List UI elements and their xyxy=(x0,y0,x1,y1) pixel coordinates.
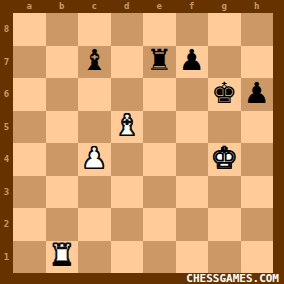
rank-label-6: 6 xyxy=(0,78,13,111)
black-pawn-icon[interactable]: ♟ xyxy=(244,79,270,108)
square-g5[interactable] xyxy=(208,111,241,144)
square-d5[interactable]: ♝ xyxy=(111,111,144,144)
black-bishop-icon[interactable]: ♝ xyxy=(81,46,107,75)
square-d4[interactable] xyxy=(111,143,144,176)
black-rook-icon[interactable]: ♜ xyxy=(146,46,172,75)
rank-labels: 87654321 xyxy=(0,13,13,273)
rank-label-1: 1 xyxy=(0,241,13,274)
square-g4[interactable]: ♚ xyxy=(208,143,241,176)
square-c7[interactable]: ♝ xyxy=(78,46,111,79)
white-bishop-icon[interactable]: ♝ xyxy=(114,111,140,140)
square-e4[interactable] xyxy=(143,143,176,176)
square-h3[interactable] xyxy=(241,176,274,209)
black-king-icon[interactable]: ♚ xyxy=(211,79,237,108)
square-d1[interactable] xyxy=(111,241,144,274)
square-b1[interactable]: ♜ xyxy=(46,241,79,274)
file-label-a: a xyxy=(13,0,46,13)
square-e1[interactable] xyxy=(143,241,176,274)
file-label-g: g xyxy=(208,0,241,13)
rank-label-3: 3 xyxy=(0,176,13,209)
square-b8[interactable] xyxy=(46,13,79,46)
square-b6[interactable] xyxy=(46,78,79,111)
square-e3[interactable] xyxy=(143,176,176,209)
square-f2[interactable] xyxy=(176,208,209,241)
square-f7[interactable]: ♟ xyxy=(176,46,209,79)
rank-label-4: 4 xyxy=(0,143,13,176)
white-king-icon[interactable]: ♚ xyxy=(211,144,237,173)
square-g1[interactable] xyxy=(208,241,241,274)
file-label-d: d xyxy=(111,0,144,13)
square-c4[interactable]: ♟ xyxy=(78,143,111,176)
square-f1[interactable] xyxy=(176,241,209,274)
file-label-h: h xyxy=(241,0,274,13)
white-rook-icon[interactable]: ♜ xyxy=(49,241,75,270)
square-g8[interactable] xyxy=(208,13,241,46)
square-b5[interactable] xyxy=(46,111,79,144)
square-e2[interactable] xyxy=(143,208,176,241)
square-h6[interactable]: ♟ xyxy=(241,78,274,111)
square-g3[interactable] xyxy=(208,176,241,209)
square-f4[interactable] xyxy=(176,143,209,176)
square-e6[interactable] xyxy=(143,78,176,111)
square-d2[interactable] xyxy=(111,208,144,241)
square-a7[interactable] xyxy=(13,46,46,79)
file-labels: abcdefgh xyxy=(13,0,273,13)
square-c1[interactable] xyxy=(78,241,111,274)
square-f5[interactable] xyxy=(176,111,209,144)
square-c2[interactable] xyxy=(78,208,111,241)
square-e5[interactable] xyxy=(143,111,176,144)
square-b3[interactable] xyxy=(46,176,79,209)
square-e8[interactable] xyxy=(143,13,176,46)
square-h7[interactable] xyxy=(241,46,274,79)
square-a5[interactable] xyxy=(13,111,46,144)
square-a3[interactable] xyxy=(13,176,46,209)
square-h8[interactable] xyxy=(241,13,274,46)
square-d3[interactable] xyxy=(111,176,144,209)
file-label-f: f xyxy=(176,0,209,13)
square-h1[interactable] xyxy=(241,241,274,274)
rank-label-5: 5 xyxy=(0,111,13,144)
square-f8[interactable] xyxy=(176,13,209,46)
square-d6[interactable] xyxy=(111,78,144,111)
square-g7[interactable] xyxy=(208,46,241,79)
file-label-b: b xyxy=(46,0,79,13)
square-a8[interactable] xyxy=(13,13,46,46)
chess-board: ♝♜♟♚♟♝♟♚♜ xyxy=(13,13,273,273)
square-c6[interactable] xyxy=(78,78,111,111)
white-pawn-icon[interactable]: ♟ xyxy=(81,144,107,173)
square-e7[interactable]: ♜ xyxy=(143,46,176,79)
rank-label-8: 8 xyxy=(0,13,13,46)
chess-diagram: abcdefgh 87654321 ♝♜♟♚♟♝♟♚♜ CHESSGAMES.C… xyxy=(0,0,284,284)
square-g6[interactable]: ♚ xyxy=(208,78,241,111)
square-b2[interactable] xyxy=(46,208,79,241)
square-c3[interactable] xyxy=(78,176,111,209)
rank-label-7: 7 xyxy=(0,46,13,79)
square-a1[interactable] xyxy=(13,241,46,274)
rank-label-2: 2 xyxy=(0,208,13,241)
square-f3[interactable] xyxy=(176,176,209,209)
file-label-e: e xyxy=(143,0,176,13)
file-label-c: c xyxy=(78,0,111,13)
square-h5[interactable] xyxy=(241,111,274,144)
square-g2[interactable] xyxy=(208,208,241,241)
square-c8[interactable] xyxy=(78,13,111,46)
square-d7[interactable] xyxy=(111,46,144,79)
square-a4[interactable] xyxy=(13,143,46,176)
square-b4[interactable] xyxy=(46,143,79,176)
square-h2[interactable] xyxy=(241,208,274,241)
square-a6[interactable] xyxy=(13,78,46,111)
square-b7[interactable] xyxy=(46,46,79,79)
square-d8[interactable] xyxy=(111,13,144,46)
square-c5[interactable] xyxy=(78,111,111,144)
black-pawn-icon[interactable]: ♟ xyxy=(179,46,205,75)
site-watermark: CHESSGAMES.COM xyxy=(186,273,279,284)
square-a2[interactable] xyxy=(13,208,46,241)
square-f6[interactable] xyxy=(176,78,209,111)
square-h4[interactable] xyxy=(241,143,274,176)
